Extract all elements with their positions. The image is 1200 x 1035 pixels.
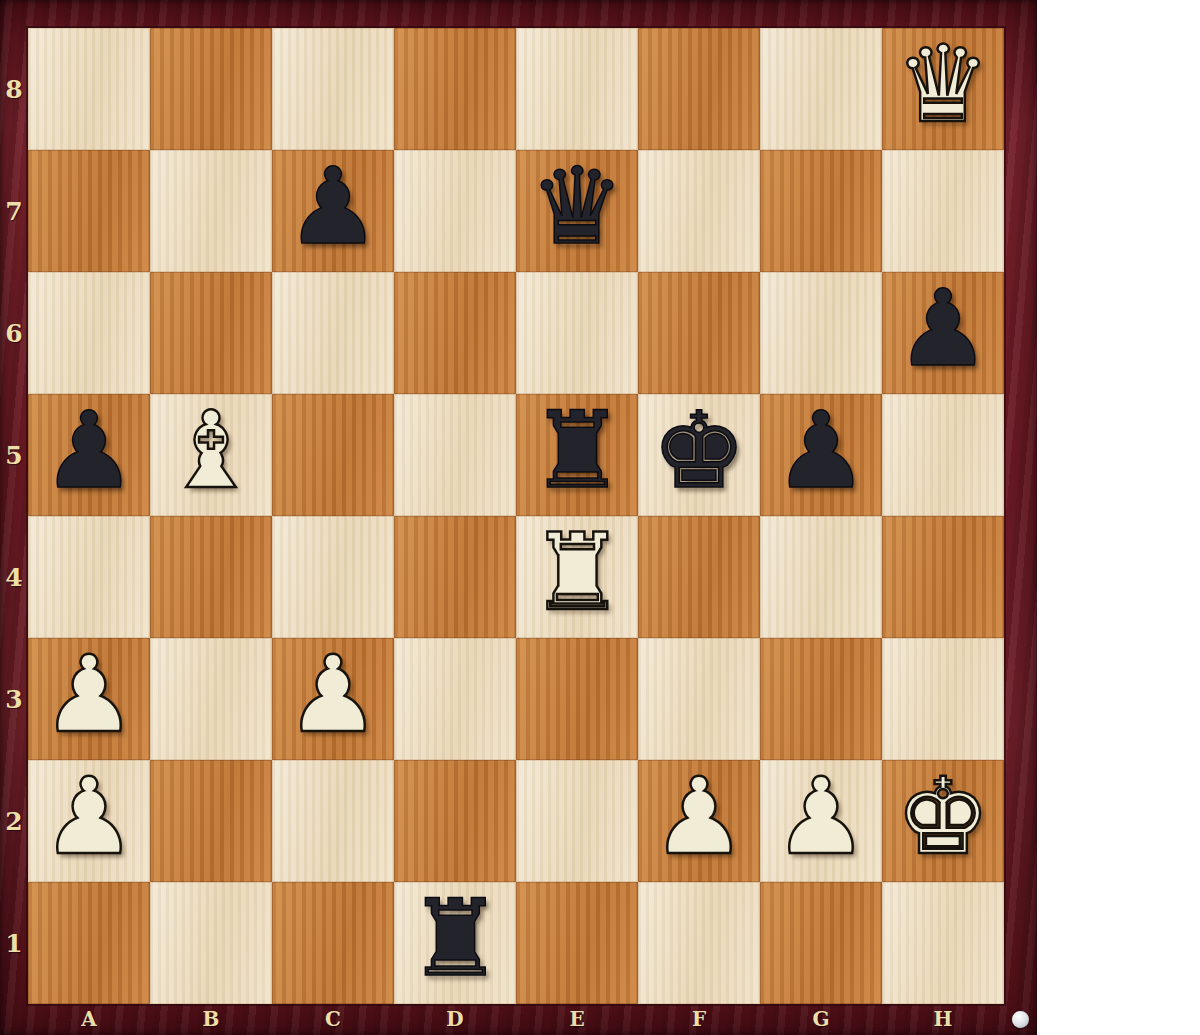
rank-label-2: 2 [0, 760, 28, 882]
square-d4[interactable] [394, 516, 516, 638]
square-g8[interactable] [760, 28, 882, 150]
piece-white-bishop-b5[interactable]: ♝ [163, 398, 258, 504]
piece-black-rook-e5[interactable]: ♜ [529, 398, 624, 504]
piece-white-queen-h8[interactable]: ♛ [895, 32, 990, 138]
square-e8[interactable] [516, 28, 638, 150]
square-b7[interactable] [150, 150, 272, 272]
square-a7[interactable] [28, 150, 150, 272]
square-f8[interactable] [638, 28, 760, 150]
file-labels: ABCDEFGH [28, 1003, 1004, 1035]
square-e6[interactable] [516, 272, 638, 394]
square-f4[interactable] [638, 516, 760, 638]
square-g7[interactable] [760, 150, 882, 272]
square-c4[interactable] [272, 516, 394, 638]
square-c3[interactable]: ♟ [272, 638, 394, 760]
square-e4[interactable]: ♜ [516, 516, 638, 638]
square-b1[interactable] [150, 882, 272, 1004]
piece-black-pawn-a5[interactable]: ♟ [41, 398, 136, 504]
piece-white-pawn-a2[interactable]: ♟ [41, 764, 136, 870]
piece-black-pawn-c7[interactable]: ♟ [285, 154, 380, 260]
square-c5[interactable] [272, 394, 394, 516]
piece-white-pawn-a3[interactable]: ♟ [41, 642, 136, 748]
chess-board: ♛♟♛♟♟♝♜♚♟♜♟♟♟♟♟♚♜ [28, 28, 1004, 1004]
file-label-b: B [150, 1003, 272, 1035]
piece-white-rook-e4[interactable]: ♜ [529, 520, 624, 626]
square-e5[interactable]: ♜ [516, 394, 638, 516]
square-h2[interactable]: ♚ [882, 760, 1004, 882]
file-label-g: G [760, 1003, 882, 1035]
piece-black-king-f5[interactable]: ♚ [651, 398, 746, 504]
square-b5[interactable]: ♝ [150, 394, 272, 516]
file-label-e: E [516, 1003, 638, 1035]
square-a6[interactable] [28, 272, 150, 394]
file-label-h: H [882, 1003, 1004, 1035]
square-f2[interactable]: ♟ [638, 760, 760, 882]
file-label-f: F [638, 1003, 760, 1035]
square-g1[interactable] [760, 882, 882, 1004]
rank-label-4: 4 [0, 516, 28, 638]
square-h6[interactable]: ♟ [882, 272, 1004, 394]
square-g2[interactable]: ♟ [760, 760, 882, 882]
square-b3[interactable] [150, 638, 272, 760]
rank-label-1: 1 [0, 882, 28, 1004]
rank-label-5: 5 [0, 394, 28, 516]
square-c8[interactable] [272, 28, 394, 150]
square-b8[interactable] [150, 28, 272, 150]
file-label-d: D [394, 1003, 516, 1035]
square-a2[interactable]: ♟ [28, 760, 150, 882]
piece-black-pawn-g5[interactable]: ♟ [773, 398, 868, 504]
square-c7[interactable]: ♟ [272, 150, 394, 272]
square-h5[interactable] [882, 394, 1004, 516]
square-e7[interactable]: ♛ [516, 150, 638, 272]
square-h7[interactable] [882, 150, 1004, 272]
square-c2[interactable] [272, 760, 394, 882]
square-f5[interactable]: ♚ [638, 394, 760, 516]
square-e3[interactable] [516, 638, 638, 760]
piece-white-pawn-c3[interactable]: ♟ [285, 642, 380, 748]
square-h8[interactable]: ♛ [882, 28, 1004, 150]
square-c1[interactable] [272, 882, 394, 1004]
square-d2[interactable] [394, 760, 516, 882]
piece-black-queen-e7[interactable]: ♛ [529, 154, 624, 260]
square-d6[interactable] [394, 272, 516, 394]
square-d5[interactable] [394, 394, 516, 516]
square-h1[interactable] [882, 882, 1004, 1004]
file-label-c: C [272, 1003, 394, 1035]
white-to-move-indicator [1012, 1011, 1029, 1028]
rank-label-3: 3 [0, 638, 28, 760]
square-d1[interactable]: ♜ [394, 882, 516, 1004]
square-a4[interactable] [28, 516, 150, 638]
square-b6[interactable] [150, 272, 272, 394]
square-a8[interactable] [28, 28, 150, 150]
square-f7[interactable] [638, 150, 760, 272]
board-frame: ♛♟♛♟♟♝♜♚♟♜♟♟♟♟♟♚♜ 87654321 ABCDEFGH [0, 0, 1037, 1035]
file-label-a: A [28, 1003, 150, 1035]
square-f1[interactable] [638, 882, 760, 1004]
square-b4[interactable] [150, 516, 272, 638]
rank-labels: 87654321 [0, 28, 28, 1004]
square-f3[interactable] [638, 638, 760, 760]
square-h3[interactable] [882, 638, 1004, 760]
square-b2[interactable] [150, 760, 272, 882]
square-g6[interactable] [760, 272, 882, 394]
square-c6[interactable] [272, 272, 394, 394]
square-g3[interactable] [760, 638, 882, 760]
square-d8[interactable] [394, 28, 516, 150]
piece-white-pawn-f2[interactable]: ♟ [651, 764, 746, 870]
square-d3[interactable] [394, 638, 516, 760]
screenshot-stage: ♛♟♛♟♟♝♜♚♟♜♟♟♟♟♟♚♜ 87654321 ABCDEFGH [0, 0, 1200, 1035]
piece-black-pawn-h6[interactable]: ♟ [895, 276, 990, 382]
square-e1[interactable] [516, 882, 638, 1004]
square-h4[interactable] [882, 516, 1004, 638]
square-e2[interactable] [516, 760, 638, 882]
square-d7[interactable] [394, 150, 516, 272]
piece-white-pawn-g2[interactable]: ♟ [773, 764, 868, 870]
rank-label-8: 8 [0, 28, 28, 150]
square-g4[interactable] [760, 516, 882, 638]
square-a3[interactable]: ♟ [28, 638, 150, 760]
rank-label-6: 6 [0, 272, 28, 394]
rank-label-7: 7 [0, 150, 28, 272]
square-a1[interactable] [28, 882, 150, 1004]
square-g5[interactable]: ♟ [760, 394, 882, 516]
piece-white-king-h2[interactable]: ♚ [895, 764, 990, 870]
square-f6[interactable] [638, 272, 760, 394]
piece-black-rook-d1[interactable]: ♜ [407, 886, 502, 992]
square-a5[interactable]: ♟ [28, 394, 150, 516]
